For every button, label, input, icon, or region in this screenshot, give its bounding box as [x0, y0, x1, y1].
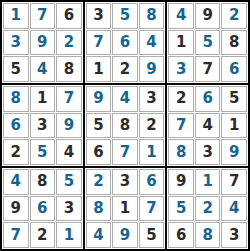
- cell-r9c7[interactable]: 6: [168, 222, 194, 248]
- cell-r5c6[interactable]: 2: [139, 113, 165, 139]
- cell-r9c4[interactable]: 4: [86, 222, 112, 248]
- cell-r6c8[interactable]: 3: [195, 139, 221, 165]
- cell-r1c6[interactable]: 8: [139, 3, 165, 29]
- cell-r7c5[interactable]: 3: [112, 169, 138, 195]
- cell-r8c8[interactable]: 2: [195, 196, 221, 222]
- cell-r4c7[interactable]: 2: [168, 86, 194, 112]
- cell-r5c1[interactable]: 6: [3, 113, 29, 139]
- sudoku-board: 1763925483587641294921583768176392549435…: [0, 0, 250, 251]
- cell-r3c9[interactable]: 6: [221, 56, 247, 82]
- sudoku-box-6: 265741839: [167, 85, 248, 166]
- cell-r9c6[interactable]: 5: [139, 222, 165, 248]
- cell-r3c8[interactable]: 7: [195, 56, 221, 82]
- cell-r6c3[interactable]: 4: [56, 139, 82, 165]
- cell-r4c4[interactable]: 9: [86, 86, 112, 112]
- cell-r3c7[interactable]: 3: [168, 56, 194, 82]
- cell-r9c1[interactable]: 7: [3, 222, 29, 248]
- cell-r1c7[interactable]: 4: [168, 3, 194, 29]
- cell-r1c4[interactable]: 3: [86, 3, 112, 29]
- cell-r6c7[interactable]: 8: [168, 139, 194, 165]
- cell-r7c2[interactable]: 8: [30, 169, 56, 195]
- cell-r8c5[interactable]: 1: [112, 196, 138, 222]
- cell-r8c1[interactable]: 9: [3, 196, 29, 222]
- sudoku-box-5: 943582671: [85, 85, 166, 166]
- sudoku-box-7: 485963721: [2, 168, 83, 249]
- cell-r2c3[interactable]: 2: [56, 30, 82, 56]
- cell-r5c7[interactable]: 7: [168, 113, 194, 139]
- cell-r9c2[interactable]: 2: [30, 222, 56, 248]
- cell-r2c6[interactable]: 4: [139, 30, 165, 56]
- cell-r4c8[interactable]: 6: [195, 86, 221, 112]
- sudoku-box-1: 176392548: [2, 2, 83, 83]
- cell-r9c5[interactable]: 9: [112, 222, 138, 248]
- cell-r6c6[interactable]: 1: [139, 139, 165, 165]
- cell-r5c5[interactable]: 8: [112, 113, 138, 139]
- cell-r4c2[interactable]: 1: [30, 86, 56, 112]
- cell-r3c1[interactable]: 5: [3, 56, 29, 82]
- cell-r1c2[interactable]: 7: [30, 3, 56, 29]
- cell-r8c9[interactable]: 4: [221, 196, 247, 222]
- sudoku-box-8: 236817495: [85, 168, 166, 249]
- cell-r4c3[interactable]: 7: [56, 86, 82, 112]
- cell-r6c2[interactable]: 5: [30, 139, 56, 165]
- cell-r8c3[interactable]: 3: [56, 196, 82, 222]
- sudoku-box-4: 817639254: [2, 85, 83, 166]
- cell-r5c4[interactable]: 5: [86, 113, 112, 139]
- cell-r3c4[interactable]: 1: [86, 56, 112, 82]
- cell-r3c2[interactable]: 4: [30, 56, 56, 82]
- cell-r3c3[interactable]: 8: [56, 56, 82, 82]
- cell-r4c1[interactable]: 8: [3, 86, 29, 112]
- cell-r1c3[interactable]: 6: [56, 3, 82, 29]
- cell-r2c4[interactable]: 7: [86, 30, 112, 56]
- cell-r7c7[interactable]: 9: [168, 169, 194, 195]
- cell-r5c3[interactable]: 9: [56, 113, 82, 139]
- cell-r7c8[interactable]: 1: [195, 169, 221, 195]
- cell-r6c1[interactable]: 2: [3, 139, 29, 165]
- cell-r7c1[interactable]: 4: [3, 169, 29, 195]
- cell-r4c9[interactable]: 5: [221, 86, 247, 112]
- cell-r8c2[interactable]: 6: [30, 196, 56, 222]
- cell-r7c6[interactable]: 6: [139, 169, 165, 195]
- cell-r1c5[interactable]: 5: [112, 3, 138, 29]
- cell-r1c9[interactable]: 2: [221, 3, 247, 29]
- cell-r8c7[interactable]: 5: [168, 196, 194, 222]
- cell-r2c8[interactable]: 5: [195, 30, 221, 56]
- cell-r7c4[interactable]: 2: [86, 169, 112, 195]
- sudoku-box-3: 492158376: [167, 2, 248, 83]
- cell-r4c5[interactable]: 4: [112, 86, 138, 112]
- cell-r6c4[interactable]: 6: [86, 139, 112, 165]
- cell-r2c7[interactable]: 1: [168, 30, 194, 56]
- cell-r3c5[interactable]: 2: [112, 56, 138, 82]
- cell-r2c1[interactable]: 3: [3, 30, 29, 56]
- cell-r7c9[interactable]: 7: [221, 169, 247, 195]
- cell-r2c5[interactable]: 6: [112, 30, 138, 56]
- cell-r8c6[interactable]: 7: [139, 196, 165, 222]
- cell-r4c6[interactable]: 3: [139, 86, 165, 112]
- cell-r6c9[interactable]: 9: [221, 139, 247, 165]
- cell-r5c9[interactable]: 1: [221, 113, 247, 139]
- cell-r2c9[interactable]: 8: [221, 30, 247, 56]
- cell-r5c2[interactable]: 3: [30, 113, 56, 139]
- cell-r9c9[interactable]: 3: [221, 222, 247, 248]
- cell-r8c4[interactable]: 8: [86, 196, 112, 222]
- cell-r2c2[interactable]: 9: [30, 30, 56, 56]
- cell-r9c3[interactable]: 1: [56, 222, 82, 248]
- cell-r7c3[interactable]: 5: [56, 169, 82, 195]
- sudoku-box-9: 917524683: [167, 168, 248, 249]
- cell-r9c8[interactable]: 8: [195, 222, 221, 248]
- cell-r5c8[interactable]: 4: [195, 113, 221, 139]
- cell-r6c5[interactable]: 7: [112, 139, 138, 165]
- cell-r1c8[interactable]: 9: [195, 3, 221, 29]
- cell-r3c6[interactable]: 9: [139, 56, 165, 82]
- cell-r1c1[interactable]: 1: [3, 3, 29, 29]
- sudoku-box-2: 358764129: [85, 2, 166, 83]
